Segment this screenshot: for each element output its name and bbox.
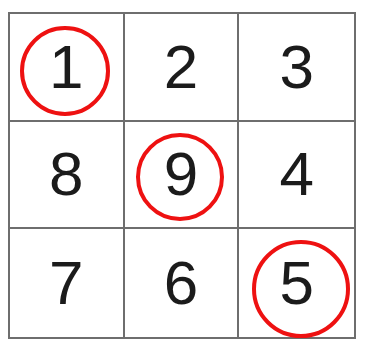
cell-number: 8 (49, 143, 83, 205)
grid-cell-r3c2: 6 (125, 229, 240, 337)
grid-cell-r2c1: 8 (10, 122, 125, 230)
page: 1 2 3 8 9 4 7 6 (0, 0, 369, 351)
grid-cell-r1c1: 1 (10, 14, 125, 122)
grid-cell-r2c3: 4 (239, 122, 354, 230)
cell-number: 9 (164, 143, 198, 205)
cell-number: 3 (279, 36, 313, 98)
cell-number: 4 (279, 143, 313, 205)
grid-cell-r3c1: 7 (10, 229, 125, 337)
cell-number: 6 (164, 252, 198, 314)
cell-number: 2 (164, 36, 198, 98)
grid-cell-r3c3: 5 (239, 229, 354, 337)
grid-cell-r2c2: 9 (125, 122, 240, 230)
number-grid: 1 2 3 8 9 4 7 6 (8, 12, 356, 339)
grid-cell-r1c2: 2 (125, 14, 240, 122)
grid-cell-r1c3: 3 (239, 14, 354, 122)
cell-number: 5 (279, 252, 313, 314)
cell-number: 7 (49, 252, 83, 314)
cell-number: 1 (49, 36, 83, 98)
